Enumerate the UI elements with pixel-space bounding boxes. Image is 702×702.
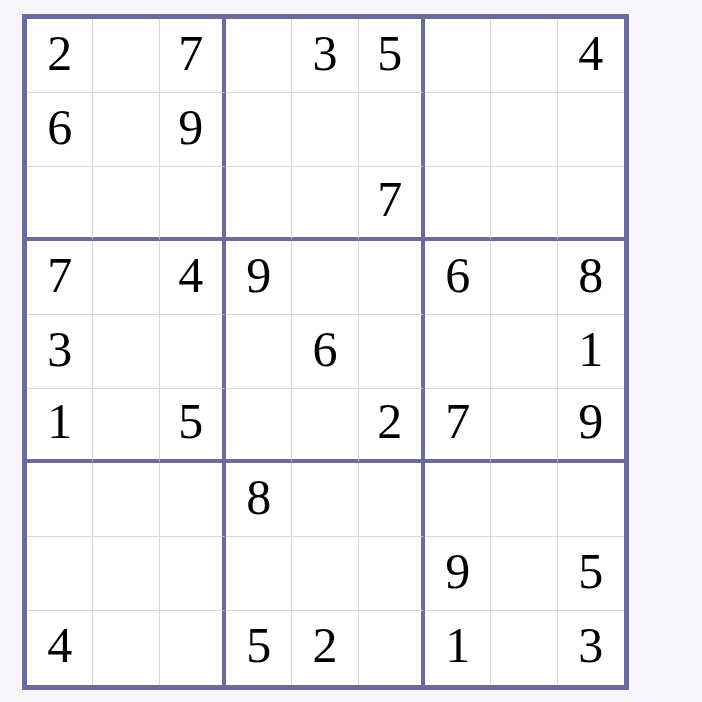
cell-r8c4[interactable] <box>226 537 292 611</box>
cell-r3c4[interactable] <box>226 167 292 241</box>
cell-r9c1[interactable]: 4 <box>27 611 93 685</box>
cell-r2c8[interactable] <box>491 93 557 167</box>
cell-r4c4[interactable]: 9 <box>226 241 292 315</box>
cell-r6c7[interactable]: 7 <box>425 389 491 463</box>
cell-r6c2[interactable] <box>93 389 159 463</box>
cell-r1c1[interactable]: 2 <box>27 19 93 93</box>
cell-r8c7[interactable]: 9 <box>425 537 491 611</box>
cell-r3c9[interactable] <box>558 167 624 241</box>
cell-r9c9[interactable]: 3 <box>558 611 624 685</box>
cell-r1c3[interactable]: 7 <box>160 19 226 93</box>
cell-r9c2[interactable] <box>93 611 159 685</box>
cell-r7c3[interactable] <box>160 463 226 537</box>
cell-r7c7[interactable] <box>425 463 491 537</box>
cell-r4c3[interactable]: 4 <box>160 241 226 315</box>
cell-r4c2[interactable] <box>93 241 159 315</box>
cell-r2c6[interactable] <box>359 93 425 167</box>
cell-r1c5[interactable]: 3 <box>292 19 358 93</box>
cell-r5c7[interactable] <box>425 315 491 389</box>
cell-r6c3[interactable]: 5 <box>160 389 226 463</box>
cell-r7c2[interactable] <box>93 463 159 537</box>
cell-r9c5[interactable]: 2 <box>292 611 358 685</box>
cell-r1c8[interactable] <box>491 19 557 93</box>
cell-r3c5[interactable] <box>292 167 358 241</box>
cell-r3c2[interactable] <box>93 167 159 241</box>
cell-r4c1[interactable]: 7 <box>27 241 93 315</box>
cell-r8c6[interactable] <box>359 537 425 611</box>
cell-r5c5[interactable]: 6 <box>292 315 358 389</box>
cell-r1c7[interactable] <box>425 19 491 93</box>
cell-r3c8[interactable] <box>491 167 557 241</box>
cell-r5c6[interactable] <box>359 315 425 389</box>
cell-r6c9[interactable]: 9 <box>558 389 624 463</box>
cell-r5c1[interactable]: 3 <box>27 315 93 389</box>
cell-r1c2[interactable] <box>93 19 159 93</box>
cell-r7c9[interactable] <box>558 463 624 537</box>
cell-r2c4[interactable] <box>226 93 292 167</box>
cell-r5c4[interactable] <box>226 315 292 389</box>
cell-r7c6[interactable] <box>359 463 425 537</box>
cell-r6c4[interactable] <box>226 389 292 463</box>
cell-r3c1[interactable] <box>27 167 93 241</box>
cell-r6c1[interactable]: 1 <box>27 389 93 463</box>
cell-r7c1[interactable] <box>27 463 93 537</box>
cell-r8c5[interactable] <box>292 537 358 611</box>
cell-r2c2[interactable] <box>93 93 159 167</box>
cell-r8c2[interactable] <box>93 537 159 611</box>
cell-r2c5[interactable] <box>292 93 358 167</box>
cell-r1c6[interactable]: 5 <box>359 19 425 93</box>
cell-r2c9[interactable] <box>558 93 624 167</box>
cell-r5c8[interactable] <box>491 315 557 389</box>
cell-r9c7[interactable]: 1 <box>425 611 491 685</box>
cell-r6c6[interactable]: 2 <box>359 389 425 463</box>
cell-r4c9[interactable]: 8 <box>558 241 624 315</box>
cell-r8c8[interactable] <box>491 537 557 611</box>
sudoku-grid: 27354697749683611527989545213 <box>27 19 624 685</box>
cell-r4c7[interactable]: 6 <box>425 241 491 315</box>
cell-r4c5[interactable] <box>292 241 358 315</box>
cell-r8c3[interactable] <box>160 537 226 611</box>
cell-r4c8[interactable] <box>491 241 557 315</box>
cell-r9c6[interactable] <box>359 611 425 685</box>
cell-r7c8[interactable] <box>491 463 557 537</box>
cell-r7c5[interactable] <box>292 463 358 537</box>
cell-r9c3[interactable] <box>160 611 226 685</box>
cell-r8c9[interactable]: 5 <box>558 537 624 611</box>
cell-r2c3[interactable]: 9 <box>160 93 226 167</box>
cell-r8c1[interactable] <box>27 537 93 611</box>
cell-r9c4[interactable]: 5 <box>226 611 292 685</box>
cell-r3c3[interactable] <box>160 167 226 241</box>
cell-r5c2[interactable] <box>93 315 159 389</box>
cell-r3c6[interactable]: 7 <box>359 167 425 241</box>
cell-r9c8[interactable] <box>491 611 557 685</box>
cell-r4c6[interactable] <box>359 241 425 315</box>
cell-r6c8[interactable] <box>491 389 557 463</box>
cell-r7c4[interactable]: 8 <box>226 463 292 537</box>
cell-r1c4[interactable] <box>226 19 292 93</box>
cell-r5c3[interactable] <box>160 315 226 389</box>
cell-r6c5[interactable] <box>292 389 358 463</box>
cell-r5c9[interactable]: 1 <box>558 315 624 389</box>
cell-r1c9[interactable]: 4 <box>558 19 624 93</box>
cell-r2c7[interactable] <box>425 93 491 167</box>
cell-r3c7[interactable] <box>425 167 491 241</box>
cell-r2c1[interactable]: 6 <box>27 93 93 167</box>
sudoku-board: 27354697749683611527989545213 <box>22 14 629 690</box>
